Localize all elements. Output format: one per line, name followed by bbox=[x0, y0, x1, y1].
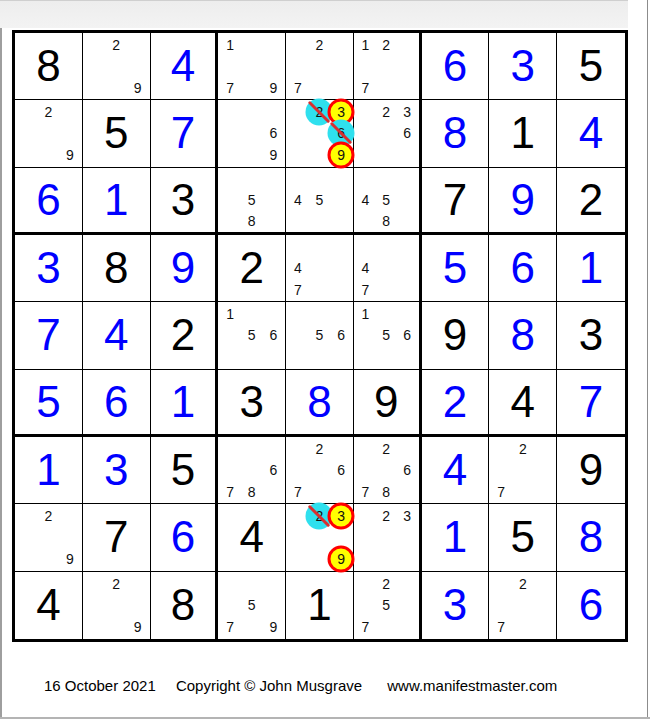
candidate-2: 2 bbox=[105, 34, 127, 55]
footer-copyright: Copyright © John Musgrave bbox=[176, 677, 362, 694]
candidate-digit: 2 bbox=[382, 105, 390, 119]
window-edge-bottom bbox=[0, 717, 650, 719]
candidate-9: 9 bbox=[263, 616, 285, 638]
candidate-digit: 6 bbox=[337, 328, 345, 342]
candidate-7: 7 bbox=[355, 279, 376, 300]
candidate-6: 6 bbox=[263, 459, 285, 480]
candidate-digit: 1 bbox=[361, 307, 369, 321]
candidate-digit: 2 bbox=[382, 442, 390, 456]
candidate-digit: 5 bbox=[316, 193, 324, 207]
cell-r7c9[interactable]: 9 bbox=[557, 437, 625, 504]
given-digit: 8 bbox=[36, 44, 60, 88]
candidate-8: 8 bbox=[241, 210, 263, 231]
pencil-marks: 267 bbox=[287, 438, 352, 502]
cell-r4c1[interactable]: 3 bbox=[15, 235, 83, 302]
cell-r9c2[interactable]: 29 bbox=[83, 572, 151, 639]
cell-r3c3[interactable]: 3 bbox=[151, 168, 219, 235]
candidate-2: 2 bbox=[309, 438, 331, 459]
solved-digit: 3 bbox=[443, 583, 467, 627]
candidate-digit: 9 bbox=[134, 620, 142, 634]
candidate-digit: 7 bbox=[497, 620, 505, 634]
candidate-5: 5 bbox=[376, 325, 397, 346]
candidate-digit: 8 bbox=[248, 214, 256, 228]
solved-digit: 1 bbox=[443, 515, 467, 559]
cell-r9c8[interactable]: 27 bbox=[489, 572, 557, 639]
candidate-digit: 5 bbox=[248, 598, 256, 612]
candidate-digit: 2 bbox=[382, 38, 390, 52]
candidate-digit: 7 bbox=[361, 283, 369, 297]
candidate-digit: 5 bbox=[382, 328, 390, 342]
candidate-digit: 1 bbox=[226, 307, 234, 321]
candidate-9: 9 bbox=[59, 548, 81, 569]
candidate-digit: 7 bbox=[361, 485, 369, 499]
cell-r2c3[interactable]: 7 bbox=[151, 100, 219, 167]
candidate-digit: 7 bbox=[294, 81, 302, 95]
pencil-marks: 2369 bbox=[287, 101, 352, 165]
solved-digit: 3 bbox=[511, 44, 535, 88]
cell-r4c3[interactable]: 9 bbox=[151, 235, 219, 302]
cell-r6c2[interactable]: 6 bbox=[83, 370, 151, 437]
cell-r9c4[interactable]: 579 bbox=[218, 572, 286, 639]
candidate-6: 6 bbox=[397, 123, 418, 144]
footer: 16 October 2021 Copyright © John Musgrav… bbox=[44, 677, 557, 694]
solved-digit: 8 bbox=[511, 313, 535, 357]
pencil-marks: 45 bbox=[287, 169, 352, 231]
cell-r5c5[interactable]: 56 bbox=[286, 302, 354, 369]
cell-r8c9[interactable]: 8 bbox=[557, 504, 625, 571]
candidate-4: 4 bbox=[287, 189, 309, 210]
cell-r2c8[interactable]: 1 bbox=[489, 100, 557, 167]
pencil-marks: 69 bbox=[219, 101, 284, 165]
pencil-marks: 29 bbox=[16, 505, 81, 569]
cell-r9c1[interactable]: 4 bbox=[15, 572, 83, 639]
solved-digit: 6 bbox=[171, 515, 195, 559]
candidate-digit: 6 bbox=[403, 463, 411, 477]
solved-digit: 6 bbox=[443, 44, 467, 88]
cell-r2c6[interactable]: 236 bbox=[354, 100, 422, 167]
cell-r8c6[interactable]: 23 bbox=[354, 504, 422, 571]
candidate-6: 6 bbox=[330, 123, 352, 144]
cell-r2c1[interactable]: 29 bbox=[15, 100, 83, 167]
cell-r5c9[interactable]: 3 bbox=[557, 302, 625, 369]
cell-r5c6[interactable]: 156 bbox=[354, 302, 422, 369]
candidate-digit: 6 bbox=[269, 463, 277, 477]
cell-r9c6[interactable]: 257 bbox=[354, 572, 422, 639]
solved-digit: 8 bbox=[307, 380, 331, 424]
pencil-marks: 458 bbox=[355, 169, 418, 231]
pencil-marks: 236 bbox=[355, 101, 418, 165]
footer-date: 16 October 2021 bbox=[44, 677, 156, 694]
cell-r3c8[interactable]: 9 bbox=[489, 168, 557, 235]
given-digit: 9 bbox=[579, 448, 603, 492]
solved-digit: 6 bbox=[36, 178, 60, 222]
candidate-digit: 6 bbox=[337, 463, 345, 477]
candidate-digit: 6 bbox=[403, 328, 411, 342]
pencil-marks: 678 bbox=[219, 438, 284, 502]
cell-r8c3[interactable]: 6 bbox=[151, 504, 219, 571]
pencil-marks: 23 bbox=[355, 505, 418, 569]
candidate-digit: 1 bbox=[361, 38, 369, 52]
solved-digit: 8 bbox=[579, 515, 603, 559]
cell-r2c4[interactable]: 69 bbox=[218, 100, 286, 167]
candidate-digit: 7 bbox=[226, 620, 234, 634]
candidate-digit: 4 bbox=[294, 193, 302, 207]
cell-r7c7[interactable]: 4 bbox=[422, 437, 490, 504]
candidate-2: 2 bbox=[376, 505, 397, 526]
cell-r6c4[interactable]: 3 bbox=[218, 370, 286, 437]
candidate-2: 2 bbox=[38, 505, 60, 526]
candidate-1: 1 bbox=[355, 303, 376, 324]
given-digit: 5 bbox=[104, 111, 128, 155]
candidate-digit: 4 bbox=[361, 193, 369, 207]
candidate-digit: 3 bbox=[403, 105, 411, 119]
candidate-7: 7 bbox=[287, 279, 309, 300]
pencil-marks: 27 bbox=[490, 573, 555, 638]
window-top-strip bbox=[0, 0, 628, 28]
cell-r4c6[interactable]: 47 bbox=[354, 235, 422, 302]
solved-digit: 1 bbox=[36, 448, 60, 492]
given-digit: 5 bbox=[579, 44, 603, 88]
given-digit: 8 bbox=[104, 246, 128, 290]
given-digit: 4 bbox=[511, 380, 535, 424]
pencil-marks: 58 bbox=[219, 169, 284, 231]
cell-r3c7[interactable]: 7 bbox=[422, 168, 490, 235]
candidate-digit: 2 bbox=[519, 442, 527, 456]
cell-r6c5[interactable]: 8 bbox=[286, 370, 354, 437]
candidate-digit: 2 bbox=[112, 577, 120, 591]
given-digit: 7 bbox=[443, 178, 467, 222]
candidate-digit: 7 bbox=[361, 81, 369, 95]
cell-r8c7[interactable]: 1 bbox=[422, 504, 490, 571]
cell-r2c5[interactable]: 2369 bbox=[286, 100, 354, 167]
candidate-7: 7 bbox=[490, 616, 512, 638]
cell-r3c1[interactable]: 6 bbox=[15, 168, 83, 235]
candidate-2: 2 bbox=[376, 34, 397, 55]
cell-r5c7[interactable]: 9 bbox=[422, 302, 490, 369]
candidate-digit: 2 bbox=[316, 38, 324, 52]
cell-r5c8[interactable]: 8 bbox=[489, 302, 557, 369]
candidate-3: 3 bbox=[330, 505, 352, 526]
cell-r3c5[interactable]: 45 bbox=[286, 168, 354, 235]
cell-r8c8[interactable]: 5 bbox=[489, 504, 557, 571]
candidate-digit: 5 bbox=[382, 193, 390, 207]
given-digit: 4 bbox=[239, 515, 263, 559]
cell-r6c7[interactable]: 2 bbox=[422, 370, 490, 437]
cell-r4c8[interactable]: 6 bbox=[489, 235, 557, 302]
cell-r1c6[interactable]: 127 bbox=[354, 33, 422, 100]
cell-r1c1[interactable]: 8 bbox=[15, 33, 83, 100]
given-digit: 4 bbox=[36, 583, 60, 627]
cell-r7c1[interactable]: 1 bbox=[15, 437, 83, 504]
cell-r9c7[interactable]: 3 bbox=[422, 572, 490, 639]
pencil-marks: 47 bbox=[355, 236, 418, 300]
candidate-9: 9 bbox=[127, 616, 149, 638]
candidate-7: 7 bbox=[355, 77, 376, 98]
candidate-digit: 9 bbox=[66, 552, 74, 566]
cell-r1c9[interactable]: 5 bbox=[557, 33, 625, 100]
candidate-digit: 5 bbox=[248, 328, 256, 342]
candidate-9: 9 bbox=[330, 548, 352, 569]
candidate-6: 6 bbox=[397, 459, 418, 480]
candidate-5: 5 bbox=[376, 594, 397, 616]
candidate-digit: 4 bbox=[294, 261, 302, 275]
cell-r1c3[interactable]: 4 bbox=[151, 33, 219, 100]
solved-digit: 4 bbox=[171, 44, 195, 88]
cell-r3c6[interactable]: 458 bbox=[354, 168, 422, 235]
candidate-digit: 2 bbox=[44, 105, 52, 119]
cell-r3c2[interactable]: 1 bbox=[83, 168, 151, 235]
pencil-marks: 257 bbox=[355, 573, 418, 638]
pencil-marks: 29 bbox=[84, 573, 149, 638]
candidate-digit: 5 bbox=[316, 328, 324, 342]
cell-r7c8[interactable]: 27 bbox=[489, 437, 557, 504]
cell-r3c9[interactable]: 2 bbox=[557, 168, 625, 235]
given-digit: 3 bbox=[579, 313, 603, 357]
candidate-digit: 2 bbox=[112, 38, 120, 52]
solved-digit: 9 bbox=[511, 178, 535, 222]
candidate-1: 1 bbox=[355, 34, 376, 55]
window-edge-left bbox=[0, 28, 2, 718]
cell-r2c7[interactable]: 8 bbox=[422, 100, 490, 167]
pencil-marks: 29 bbox=[84, 34, 149, 98]
candidate-digit: 9 bbox=[134, 81, 142, 95]
candidate-digit: 7 bbox=[226, 81, 234, 95]
cell-r8c5[interactable]: 239 bbox=[286, 504, 354, 571]
candidate-digit: 7 bbox=[294, 485, 302, 499]
candidate-digit: 3 bbox=[337, 509, 345, 523]
cell-r7c3[interactable]: 5 bbox=[151, 437, 219, 504]
solved-digit: 6 bbox=[104, 380, 128, 424]
solved-digit: 6 bbox=[579, 583, 603, 627]
pencil-marks: 27 bbox=[287, 34, 352, 98]
candidate-digit: 1 bbox=[226, 38, 234, 52]
cell-r1c4[interactable]: 179 bbox=[218, 33, 286, 100]
candidate-digit: 2 bbox=[519, 577, 527, 591]
pencil-marks: 156 bbox=[355, 303, 418, 367]
cell-r1c8[interactable]: 3 bbox=[489, 33, 557, 100]
cell-r6c1[interactable]: 5 bbox=[15, 370, 83, 437]
candidate-9: 9 bbox=[59, 144, 81, 165]
footer-website: www.manifestmaster.com bbox=[387, 677, 557, 694]
cell-r9c9[interactable]: 6 bbox=[557, 572, 625, 639]
cell-r8c2[interactable]: 7 bbox=[83, 504, 151, 571]
solved-digit: 2 bbox=[443, 380, 467, 424]
candidate-7: 7 bbox=[219, 77, 241, 98]
cell-r5c2[interactable]: 4 bbox=[83, 302, 151, 369]
candidate-digit: 3 bbox=[403, 509, 411, 523]
given-digit: 5 bbox=[171, 448, 195, 492]
cell-r7c2[interactable]: 3 bbox=[83, 437, 151, 504]
candidate-digit: 7 bbox=[294, 283, 302, 297]
candidate-9: 9 bbox=[330, 144, 352, 165]
candidate-1: 1 bbox=[219, 303, 241, 324]
candidate-7: 7 bbox=[355, 616, 376, 638]
candidate-3: 3 bbox=[397, 505, 418, 526]
candidate-2: 2 bbox=[376, 438, 397, 459]
given-digit: 5 bbox=[511, 515, 535, 559]
given-digit: 2 bbox=[579, 178, 603, 222]
candidate-5: 5 bbox=[309, 325, 331, 346]
pencil-marks: 239 bbox=[287, 505, 352, 569]
solved-digit: 3 bbox=[36, 246, 60, 290]
candidate-4: 4 bbox=[355, 189, 376, 210]
given-digit: 1 bbox=[511, 111, 535, 155]
candidate-2: 2 bbox=[512, 573, 534, 595]
candidate-5: 5 bbox=[241, 594, 263, 616]
candidate-digit: 6 bbox=[403, 126, 411, 140]
cell-r3c4[interactable]: 58 bbox=[218, 168, 286, 235]
cell-r6c8[interactable]: 4 bbox=[489, 370, 557, 437]
cell-r4c4[interactable]: 2 bbox=[218, 235, 286, 302]
candidate-digit: 7 bbox=[361, 620, 369, 634]
candidate-6: 6 bbox=[330, 325, 352, 346]
pencil-marks: 127 bbox=[355, 34, 418, 98]
candidate-8: 8 bbox=[376, 481, 397, 502]
solved-digit: 6 bbox=[511, 246, 535, 290]
given-digit: 9 bbox=[374, 380, 398, 424]
solved-digit: 4 bbox=[104, 313, 128, 357]
candidate-digit: 9 bbox=[269, 81, 277, 95]
candidate-digit: 7 bbox=[497, 485, 505, 499]
cell-r6c9[interactable]: 7 bbox=[557, 370, 625, 437]
cell-r4c9[interactable]: 1 bbox=[557, 235, 625, 302]
solved-digit: 7 bbox=[36, 313, 60, 357]
candidate-8: 8 bbox=[241, 481, 263, 502]
candidate-9: 9 bbox=[127, 77, 149, 98]
candidate-2: 2 bbox=[105, 573, 127, 595]
cell-r4c2[interactable]: 8 bbox=[83, 235, 151, 302]
candidate-2: 2 bbox=[376, 573, 397, 595]
solved-digit: 1 bbox=[579, 246, 603, 290]
candidate-digit: 5 bbox=[248, 193, 256, 207]
pencil-marks: 29 bbox=[16, 101, 81, 165]
sudoku-board: 8294179271276352957692369236814613584545… bbox=[12, 30, 628, 642]
candidate-2: 2 bbox=[38, 101, 60, 122]
candidate-6: 6 bbox=[263, 325, 285, 346]
pencil-marks: 579 bbox=[219, 573, 284, 638]
candidate-digit: 6 bbox=[269, 126, 277, 140]
candidate-7: 7 bbox=[219, 481, 241, 502]
pencil-marks: 156 bbox=[219, 303, 284, 367]
candidate-4: 4 bbox=[287, 257, 309, 278]
candidate-5: 5 bbox=[376, 189, 397, 210]
given-digit: 9 bbox=[443, 313, 467, 357]
candidate-digit: 7 bbox=[226, 485, 234, 499]
candidate-6: 6 bbox=[397, 325, 418, 346]
cell-r9c5[interactable]: 1 bbox=[286, 572, 354, 639]
candidate-9: 9 bbox=[263, 144, 285, 165]
solved-digit: 7 bbox=[579, 380, 603, 424]
candidate-7: 7 bbox=[355, 481, 376, 502]
cell-r5c3[interactable]: 2 bbox=[151, 302, 219, 369]
pencil-marks: 56 bbox=[287, 303, 352, 367]
solved-digit: 3 bbox=[104, 448, 128, 492]
candidate-2: 2 bbox=[376, 101, 397, 122]
candidate-digit: 8 bbox=[382, 214, 390, 228]
candidate-4: 4 bbox=[355, 257, 376, 278]
cell-r4c7[interactable]: 5 bbox=[422, 235, 490, 302]
candidate-digit: 9 bbox=[337, 552, 345, 566]
candidate-digit: 2 bbox=[44, 509, 52, 523]
cell-r8c4[interactable]: 4 bbox=[218, 504, 286, 571]
candidate-8: 8 bbox=[376, 210, 397, 231]
given-digit: 3 bbox=[171, 178, 195, 222]
candidate-7: 7 bbox=[490, 481, 512, 502]
candidate-3: 3 bbox=[330, 101, 352, 122]
cell-r6c3[interactable]: 1 bbox=[151, 370, 219, 437]
solved-digit: 7 bbox=[171, 111, 195, 155]
candidate-digit: 3 bbox=[337, 105, 345, 119]
candidate-digit: 9 bbox=[337, 148, 345, 162]
pencil-marks: 2678 bbox=[355, 438, 418, 502]
candidate-2: 2 bbox=[512, 438, 534, 459]
cell-r7c4[interactable]: 678 bbox=[218, 437, 286, 504]
given-digit: 1 bbox=[307, 583, 331, 627]
given-digit: 2 bbox=[171, 313, 195, 357]
candidate-digit: 2 bbox=[382, 509, 390, 523]
candidate-7: 7 bbox=[287, 481, 309, 502]
pencil-marks: 27 bbox=[490, 438, 555, 502]
cell-r1c7[interactable]: 6 bbox=[422, 33, 490, 100]
cell-r8c1[interactable]: 29 bbox=[15, 504, 83, 571]
solved-digit: 4 bbox=[443, 448, 467, 492]
candidate-6: 6 bbox=[330, 459, 352, 480]
candidate-digit: 4 bbox=[361, 261, 369, 275]
cell-r5c4[interactable]: 156 bbox=[218, 302, 286, 369]
candidate-3: 3 bbox=[397, 101, 418, 122]
cell-r5c1[interactable]: 7 bbox=[15, 302, 83, 369]
candidate-2: 2 bbox=[309, 34, 331, 55]
given-digit: 3 bbox=[239, 380, 263, 424]
given-digit: 8 bbox=[171, 583, 195, 627]
candidate-digit: 5 bbox=[382, 598, 390, 612]
candidate-digit: 2 bbox=[316, 442, 324, 456]
given-digit: 2 bbox=[239, 246, 263, 290]
cell-r1c2[interactable]: 29 bbox=[83, 33, 151, 100]
pencil-marks: 47 bbox=[287, 236, 352, 300]
candidate-digit: 8 bbox=[248, 485, 256, 499]
solved-digit: 5 bbox=[36, 380, 60, 424]
cell-r7c5[interactable]: 267 bbox=[286, 437, 354, 504]
candidate-5: 5 bbox=[309, 189, 331, 210]
solved-digit: 4 bbox=[579, 111, 603, 155]
candidate-5: 5 bbox=[241, 325, 263, 346]
candidate-7: 7 bbox=[287, 77, 309, 98]
cell-r1c5[interactable]: 27 bbox=[286, 33, 354, 100]
candidate-7: 7 bbox=[219, 616, 241, 638]
candidate-1: 1 bbox=[219, 34, 241, 55]
candidate-5: 5 bbox=[241, 189, 263, 210]
candidate-9: 9 bbox=[263, 77, 285, 98]
solved-digit: 5 bbox=[443, 246, 467, 290]
cell-r4c5[interactable]: 47 bbox=[286, 235, 354, 302]
solved-digit: 8 bbox=[443, 111, 467, 155]
window-edge-right bbox=[647, 0, 648, 718]
solved-digit: 1 bbox=[104, 178, 128, 222]
cell-r2c9[interactable]: 4 bbox=[557, 100, 625, 167]
cell-r2c2[interactable]: 5 bbox=[83, 100, 151, 167]
candidate-6: 6 bbox=[263, 123, 285, 144]
cell-r9c3[interactable]: 8 bbox=[151, 572, 219, 639]
solved-digit: 1 bbox=[171, 380, 195, 424]
solved-digit: 9 bbox=[171, 246, 195, 290]
candidate-digit: 9 bbox=[269, 620, 277, 634]
candidate-digit: 8 bbox=[382, 485, 390, 499]
cell-r7c6[interactable]: 2678 bbox=[354, 437, 422, 504]
candidate-digit: 6 bbox=[269, 328, 277, 342]
cell-r6c6[interactable]: 9 bbox=[354, 370, 422, 437]
pencil-marks: 179 bbox=[219, 34, 284, 98]
